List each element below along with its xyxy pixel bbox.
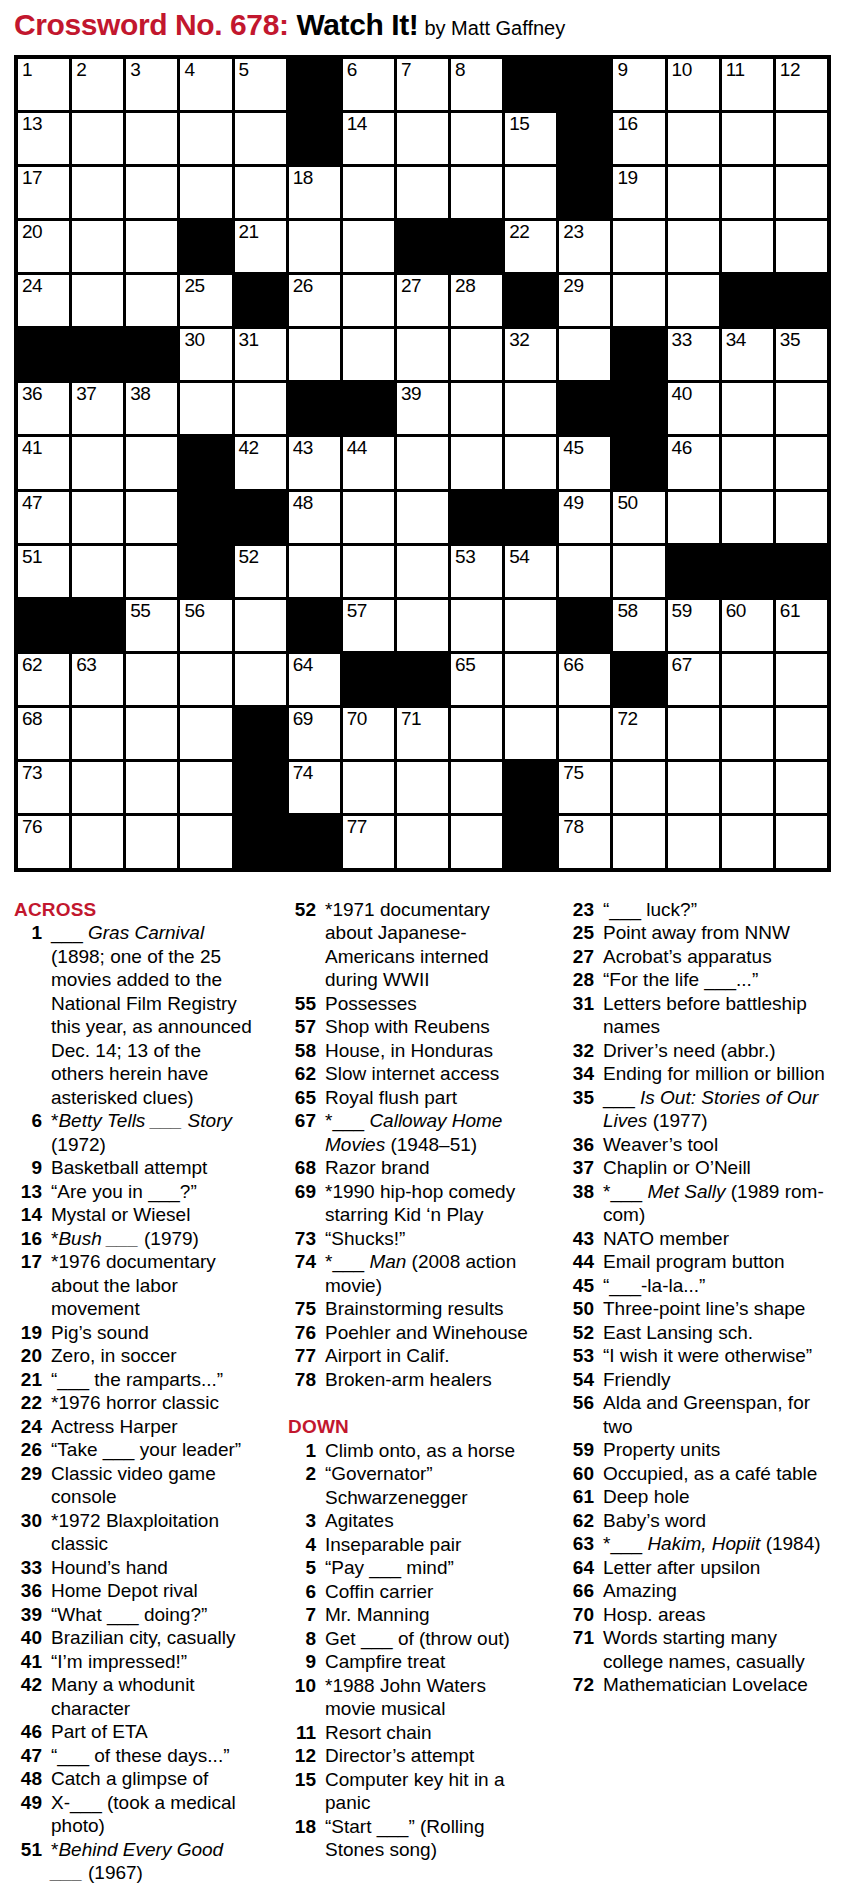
white-cell[interactable]: 22 [505, 221, 556, 272]
white-cell[interactable]: 39 [397, 383, 448, 434]
white-cell[interactable]: 17 [18, 167, 69, 218]
cell-number: 12 [780, 60, 800, 80]
white-cell[interactable] [613, 546, 664, 597]
clue-number: 66 [566, 1579, 603, 1603]
black-cell [289, 600, 340, 651]
white-cell[interactable]: 16 [613, 113, 664, 164]
clue-across-65: 65Royal flush part [288, 1086, 532, 1110]
white-cell[interactable] [397, 113, 448, 164]
cell-number: 28 [455, 276, 475, 296]
white-cell[interactable]: 44 [343, 437, 394, 488]
white-cell[interactable] [505, 437, 556, 488]
white-cell[interactable] [180, 708, 231, 759]
white-cell[interactable]: 48 [289, 492, 340, 543]
white-cell[interactable] [126, 167, 177, 218]
clue-text: Coffin carrier [325, 1580, 532, 1604]
white-cell[interactable] [451, 437, 502, 488]
white-cell[interactable] [451, 762, 502, 813]
white-cell[interactable]: 29 [559, 275, 610, 326]
white-cell[interactable]: 73 [18, 762, 69, 813]
white-cell[interactable] [722, 437, 773, 488]
white-cell[interactable] [397, 437, 448, 488]
clue-down-71: 71Words starting many college names, cas… [566, 1626, 831, 1673]
cell-number: 61 [780, 601, 800, 621]
white-cell[interactable]: 21 [235, 221, 286, 272]
white-cell[interactable] [668, 708, 719, 759]
clue-across-46: 46Part of ETA [14, 1720, 252, 1744]
white-cell[interactable] [289, 546, 340, 597]
white-cell[interactable]: 70 [343, 708, 394, 759]
black-cell [559, 167, 610, 218]
clue-down-63: 63*___ Hakim, Hopiit (1984) [566, 1532, 831, 1556]
cell-number: 67 [672, 655, 692, 675]
clue-text: “Take ___ your leader” [51, 1438, 252, 1462]
white-cell[interactable]: 31 [235, 329, 286, 380]
white-cell[interactable]: 34 [722, 329, 773, 380]
cell-number: 14 [347, 114, 367, 134]
white-cell[interactable] [722, 762, 773, 813]
clue-text: X-___ (took a medical photo) [51, 1791, 252, 1838]
white-cell[interactable] [72, 275, 123, 326]
clue-number: 36 [14, 1579, 51, 1603]
white-cell[interactable]: 78 [559, 816, 610, 867]
white-cell[interactable]: 15 [505, 113, 556, 164]
clue-number: 21 [14, 1368, 51, 1392]
white-cell[interactable] [776, 654, 827, 705]
cell-number: 65 [455, 655, 475, 675]
white-cell[interactable]: 52 [235, 546, 286, 597]
white-cell[interactable] [722, 492, 773, 543]
white-cell[interactable]: 62 [18, 654, 69, 705]
white-cell[interactable] [126, 437, 177, 488]
clue-down-32: 32Driver’s need (abbr.) [566, 1039, 831, 1063]
clue-number: 6 [14, 1109, 51, 1156]
white-cell[interactable]: 50 [613, 492, 664, 543]
white-cell[interactable]: 27 [397, 275, 448, 326]
clue-down-3: 3Agitates [288, 1509, 532, 1533]
white-cell[interactable] [668, 762, 719, 813]
white-cell[interactable]: 46 [668, 437, 719, 488]
white-cell[interactable]: 40 [668, 383, 719, 434]
white-cell[interactable] [776, 221, 827, 272]
black-cell [613, 654, 664, 705]
clue-number: 7 [288, 1603, 325, 1627]
cell-number: 24 [22, 276, 42, 296]
clue-down-72: 72Mathematician Lovelace [566, 1673, 831, 1697]
white-cell[interactable] [126, 221, 177, 272]
white-cell[interactable] [776, 492, 827, 543]
cell-number: 7 [401, 60, 411, 80]
white-cell[interactable]: 12 [776, 59, 827, 110]
black-cell [451, 221, 502, 272]
clue-text: Slow internet access [325, 1062, 532, 1086]
clue-number: 13 [14, 1180, 51, 1204]
clue-across-9: 9Basketball attempt [14, 1156, 252, 1180]
clue-number: 25 [566, 921, 603, 945]
clue-down-6: 6Coffin carrier [288, 1580, 532, 1604]
white-cell[interactable]: 56 [180, 600, 231, 651]
white-cell[interactable]: 59 [668, 600, 719, 651]
cell-number: 2 [76, 60, 86, 80]
white-cell[interactable] [613, 762, 664, 813]
white-cell[interactable] [776, 708, 827, 759]
cell-number: 33 [672, 330, 692, 350]
white-cell[interactable] [451, 708, 502, 759]
clue-down-31: 31Letters before battleship names [566, 992, 831, 1039]
white-cell[interactable] [235, 113, 286, 164]
white-cell[interactable]: 51 [18, 546, 69, 597]
white-cell[interactable] [72, 546, 123, 597]
white-cell[interactable] [559, 329, 610, 380]
clue-number: 36 [566, 1133, 603, 1157]
white-cell[interactable] [451, 329, 502, 380]
clue-text: “___ luck?” [603, 898, 831, 922]
white-cell[interactable]: 57 [343, 600, 394, 651]
white-cell[interactable] [126, 546, 177, 597]
white-cell[interactable] [397, 600, 448, 651]
white-cell[interactable] [72, 816, 123, 867]
white-cell[interactable]: 9 [613, 59, 664, 110]
white-cell[interactable]: 24 [18, 275, 69, 326]
white-cell[interactable] [668, 167, 719, 218]
clue-text: “What ___ doing?” [51, 1603, 252, 1627]
white-cell[interactable] [343, 492, 394, 543]
clue-down-34: 34Ending for million or billion [566, 1062, 831, 1086]
clue-number: 44 [566, 1250, 603, 1274]
clue-number: 69 [288, 1180, 325, 1227]
white-cell[interactable] [72, 492, 123, 543]
white-cell[interactable] [668, 275, 719, 326]
cell-number: 38 [130, 384, 150, 404]
clue-number: 52 [566, 1321, 603, 1345]
cell-number: 63 [76, 655, 96, 675]
white-cell[interactable] [722, 654, 773, 705]
clue-number: 32 [566, 1039, 603, 1063]
white-cell[interactable]: 68 [18, 708, 69, 759]
clue-text: ___ Gras Carnival (1898; one of the 25 m… [51, 921, 252, 1109]
white-cell[interactable] [343, 546, 394, 597]
black-cell [722, 275, 773, 326]
white-cell[interactable]: 30 [180, 329, 231, 380]
clue-across-57: 57Shop with Reubens [288, 1015, 532, 1039]
cell-number: 13 [22, 114, 42, 134]
cell-number: 21 [239, 222, 259, 242]
black-cell [505, 816, 556, 867]
white-cell[interactable]: 66 [559, 654, 610, 705]
white-cell[interactable] [126, 275, 177, 326]
cell-number: 71 [401, 709, 421, 729]
cell-number: 46 [672, 438, 692, 458]
white-cell[interactable] [180, 654, 231, 705]
white-cell[interactable]: 1 [18, 59, 69, 110]
white-cell[interactable] [613, 816, 664, 867]
white-cell[interactable] [668, 113, 719, 164]
clue-down-15: 15Computer key hit in a panic [288, 1768, 532, 1815]
white-cell[interactable]: 14 [343, 113, 394, 164]
black-cell [776, 546, 827, 597]
white-cell[interactable]: 18 [289, 167, 340, 218]
clue-down-18: 18“Start ___” (Rolling Stones song) [288, 1815, 532, 1862]
white-cell[interactable] [343, 167, 394, 218]
white-cell[interactable] [343, 275, 394, 326]
white-cell[interactable]: 49 [559, 492, 610, 543]
white-cell[interactable] [722, 383, 773, 434]
clue-down-44: 44Email program button [566, 1250, 831, 1274]
white-cell[interactable]: 41 [18, 437, 69, 488]
white-cell[interactable] [668, 221, 719, 272]
white-cell[interactable]: 47 [18, 492, 69, 543]
white-cell[interactable]: 32 [505, 329, 556, 380]
white-cell[interactable]: 61 [776, 600, 827, 651]
white-cell[interactable]: 37 [72, 383, 123, 434]
white-cell[interactable] [180, 762, 231, 813]
white-cell[interactable] [776, 113, 827, 164]
black-cell [559, 600, 610, 651]
cell-number: 49 [563, 493, 583, 513]
white-cell[interactable] [126, 492, 177, 543]
white-cell[interactable]: 36 [18, 383, 69, 434]
clue-text: Email program button [603, 1250, 831, 1274]
white-cell[interactable] [235, 167, 286, 218]
white-cell[interactable]: 53 [451, 546, 502, 597]
white-cell[interactable] [72, 762, 123, 813]
white-cell[interactable] [451, 167, 502, 218]
clue-text: Hosp. areas [603, 1603, 831, 1627]
cell-number: 43 [293, 438, 313, 458]
white-cell[interactable]: 13 [18, 113, 69, 164]
white-cell[interactable] [397, 816, 448, 867]
clue-number: 34 [566, 1062, 603, 1086]
white-cell[interactable] [451, 600, 502, 651]
white-cell[interactable]: 5 [235, 59, 286, 110]
white-cell[interactable] [72, 221, 123, 272]
white-cell[interactable] [613, 275, 664, 326]
white-cell[interactable] [180, 383, 231, 434]
cell-number: 45 [563, 438, 583, 458]
white-cell[interactable]: 28 [451, 275, 502, 326]
clue-number: 35 [566, 1086, 603, 1133]
white-cell[interactable] [613, 221, 664, 272]
clue-text: Acrobat’s apparatus [603, 945, 831, 969]
white-cell[interactable] [72, 113, 123, 164]
clue-text: Property units [603, 1438, 831, 1462]
white-cell[interactable] [343, 221, 394, 272]
white-cell[interactable] [559, 546, 610, 597]
white-cell[interactable] [559, 708, 610, 759]
cell-number: 72 [617, 709, 637, 729]
white-cell[interactable] [397, 492, 448, 543]
black-cell [505, 275, 556, 326]
white-cell[interactable]: 72 [613, 708, 664, 759]
clue-across-40: 40Brazilian city, casually [14, 1626, 252, 1650]
white-cell[interactable] [505, 600, 556, 651]
page-title: Crossword No. 678: Watch It!by Matt Gaff… [14, 8, 831, 43]
cell-number: 29 [563, 276, 583, 296]
clue-text: Campfire treat [325, 1650, 532, 1674]
cell-number: 11 [726, 60, 745, 80]
white-cell[interactable]: 25 [180, 275, 231, 326]
white-cell[interactable] [505, 167, 556, 218]
white-cell[interactable] [126, 762, 177, 813]
white-cell[interactable]: 65 [451, 654, 502, 705]
clue-number: 10 [288, 1674, 325, 1721]
clue-across-29: 29Classic video game console [14, 1462, 252, 1509]
white-cell[interactable] [505, 708, 556, 759]
white-cell[interactable] [776, 816, 827, 867]
white-cell[interactable]: 19 [613, 167, 664, 218]
cell-number: 53 [455, 547, 475, 567]
white-cell[interactable]: 77 [343, 816, 394, 867]
clue-text: Mathematician Lovelace [603, 1673, 831, 1697]
white-cell[interactable] [72, 437, 123, 488]
white-cell[interactable]: 45 [559, 437, 610, 488]
white-cell[interactable]: 35 [776, 329, 827, 380]
white-cell[interactable] [776, 437, 827, 488]
cell-number: 6 [347, 60, 357, 80]
white-cell[interactable] [235, 600, 286, 651]
white-cell[interactable]: 42 [235, 437, 286, 488]
white-cell[interactable]: 43 [289, 437, 340, 488]
clue-across-73: 73“Shucks!” [288, 1227, 532, 1251]
black-cell [505, 492, 556, 543]
clue-text: *___ Man (2008 action movie) [325, 1250, 532, 1297]
page-header: Crossword No. 678: Watch It!by Matt Gaff… [14, 8, 831, 43]
white-cell[interactable] [72, 167, 123, 218]
white-cell[interactable] [722, 113, 773, 164]
black-cell [722, 546, 773, 597]
clue-down-11: 11Resort chain [288, 1721, 532, 1745]
clue-number: 49 [14, 1791, 51, 1838]
clue-text: *1971 documentary about Japanese-America… [325, 898, 532, 992]
white-cell[interactable] [451, 816, 502, 867]
clue-text: Home Depot rival [51, 1579, 252, 1603]
clue-across-51: 51*Behind Every Good ___ (1967) [14, 1838, 252, 1885]
white-cell[interactable] [126, 708, 177, 759]
white-cell[interactable] [397, 762, 448, 813]
clue-text: Poehler and Winehouse [325, 1321, 532, 1345]
white-cell[interactable] [235, 654, 286, 705]
clue-across-52: 52*1971 documentary about Japanese-Ameri… [288, 898, 532, 992]
white-cell[interactable] [505, 383, 556, 434]
white-cell[interactable]: 76 [18, 816, 69, 867]
cell-number: 73 [22, 763, 42, 783]
white-cell[interactable]: 54 [505, 546, 556, 597]
white-cell[interactable]: 10 [668, 59, 719, 110]
black-cell [18, 600, 69, 651]
clue-across-39: 39“What ___ doing?” [14, 1603, 252, 1627]
white-cell[interactable] [126, 654, 177, 705]
white-cell[interactable] [451, 383, 502, 434]
white-cell[interactable] [180, 167, 231, 218]
white-cell[interactable] [343, 329, 394, 380]
cell-number: 77 [347, 817, 367, 837]
white-cell[interactable]: 26 [289, 275, 340, 326]
white-cell[interactable]: 58 [613, 600, 664, 651]
clue-text: Get ___ of (throw out) [325, 1627, 532, 1651]
white-cell[interactable] [722, 167, 773, 218]
white-cell[interactable] [776, 762, 827, 813]
clue-text: Letter after upsilon [603, 1556, 831, 1580]
white-cell[interactable]: 60 [722, 600, 773, 651]
white-cell[interactable] [505, 654, 556, 705]
black-cell [126, 329, 177, 380]
white-cell[interactable]: 67 [668, 654, 719, 705]
white-cell[interactable]: 75 [559, 762, 610, 813]
clue-text: *1976 documentary about the labor moveme… [51, 1250, 252, 1321]
clue-number: 5 [288, 1556, 325, 1580]
cell-number: 19 [617, 168, 637, 188]
cell-number: 62 [22, 655, 42, 675]
clue-across-21: 21“___ the ramparts...” [14, 1368, 252, 1392]
white-cell[interactable] [776, 167, 827, 218]
white-cell[interactable]: 33 [668, 329, 719, 380]
white-cell[interactable] [126, 816, 177, 867]
white-cell[interactable] [397, 329, 448, 380]
white-cell[interactable] [397, 546, 448, 597]
clue-text: ___ Is Out: Stories of Our Lives (1977) [603, 1086, 831, 1133]
clue-number: 23 [566, 898, 603, 922]
white-cell[interactable] [722, 708, 773, 759]
white-cell[interactable] [668, 816, 719, 867]
white-cell[interactable] [343, 762, 394, 813]
white-cell[interactable] [289, 329, 340, 380]
white-cell[interactable]: 64 [289, 654, 340, 705]
clue-text: Chaplin or O’Neill [603, 1156, 831, 1180]
clue-across-1: 1___ Gras Carnival (1898; one of the 25 … [14, 921, 252, 1109]
white-cell[interactable] [451, 113, 502, 164]
white-cell[interactable]: 11 [722, 59, 773, 110]
white-cell[interactable]: 2 [72, 59, 123, 110]
cell-number: 57 [347, 601, 367, 621]
black-cell [505, 59, 556, 110]
white-cell[interactable]: 55 [126, 600, 177, 651]
white-cell[interactable] [72, 708, 123, 759]
white-cell[interactable]: 7 [397, 59, 448, 110]
white-cell[interactable]: 71 [397, 708, 448, 759]
white-cell[interactable] [722, 816, 773, 867]
white-cell[interactable]: 38 [126, 383, 177, 434]
white-cell[interactable]: 4 [180, 59, 231, 110]
white-cell[interactable] [668, 492, 719, 543]
white-cell[interactable]: 20 [18, 221, 69, 272]
white-cell[interactable]: 69 [289, 708, 340, 759]
white-cell[interactable] [289, 221, 340, 272]
clue-text: *Behind Every Good ___ (1967) [51, 1838, 252, 1885]
white-cell[interactable] [126, 113, 177, 164]
white-cell[interactable] [722, 221, 773, 272]
white-cell[interactable]: 8 [451, 59, 502, 110]
white-cell[interactable] [235, 383, 286, 434]
clue-down-45: 45“___-la-la...” [566, 1274, 831, 1298]
white-cell[interactable] [180, 113, 231, 164]
cell-number: 68 [22, 709, 42, 729]
clue-text: Climb onto, as a horse [325, 1439, 532, 1463]
white-cell[interactable] [397, 167, 448, 218]
clue-across-49: 49X-___ (took a medical photo) [14, 1791, 252, 1838]
white-cell[interactable]: 3 [126, 59, 177, 110]
clue-number: 24 [14, 1415, 51, 1439]
white-cell[interactable] [180, 816, 231, 867]
white-cell[interactable]: 74 [289, 762, 340, 813]
white-cell[interactable]: 63 [72, 654, 123, 705]
cell-number: 78 [563, 817, 583, 837]
white-cell[interactable]: 23 [559, 221, 610, 272]
white-cell[interactable] [776, 383, 827, 434]
clue-number: 67 [288, 1109, 325, 1156]
clue-across-55: 55Possesses [288, 992, 532, 1016]
white-cell[interactable]: 6 [343, 59, 394, 110]
black-cell [72, 329, 123, 380]
